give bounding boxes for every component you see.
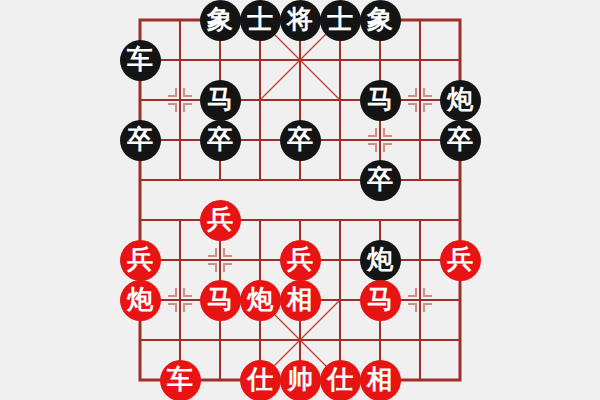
piece-red-elephant[interactable]: 相: [360, 360, 401, 400]
piece-label: 将: [287, 6, 313, 32]
piece-label: 相: [287, 286, 313, 312]
piece-label: 象: [207, 6, 233, 32]
piece-label: 兵: [127, 246, 153, 272]
piece-black-soldier[interactable]: 卒: [280, 120, 321, 161]
piece-label: 兵: [207, 206, 233, 232]
piece-black-advisor[interactable]: 士: [240, 0, 281, 41]
piece-black-advisor[interactable]: 士: [320, 0, 361, 41]
piece-label: 士: [247, 6, 273, 32]
piece-black-chariot[interactable]: 车: [120, 40, 161, 81]
piece-red-cannon[interactable]: 炮: [240, 280, 281, 321]
piece-red-soldier[interactable]: 兵: [120, 240, 161, 281]
piece-black-general[interactable]: 将: [280, 0, 321, 41]
piece-label: 炮: [367, 246, 393, 272]
piece-label: 车: [127, 46, 153, 72]
piece-label: 卒: [367, 166, 393, 192]
piece-red-elephant[interactable]: 相: [280, 280, 321, 321]
xiangqi-app: 象士将士象车马马炮卒卒卒卒卒炮兵兵兵兵炮马炮相马车仕帅仕相: [0, 0, 600, 400]
piece-label: 帅: [287, 366, 313, 392]
piece-black-elephant[interactable]: 象: [200, 0, 241, 41]
piece-black-soldier[interactable]: 卒: [120, 120, 161, 161]
piece-black-cannon[interactable]: 炮: [440, 80, 481, 121]
piece-red-soldier[interactable]: 兵: [280, 240, 321, 281]
piece-black-soldier[interactable]: 卒: [200, 120, 241, 161]
piece-red-soldier[interactable]: 兵: [200, 200, 241, 241]
piece-red-horse[interactable]: 马: [360, 280, 401, 321]
piece-red-chariot[interactable]: 车: [160, 360, 201, 400]
piece-label: 马: [207, 86, 233, 112]
piece-label: 马: [367, 86, 393, 112]
piece-black-horse[interactable]: 马: [360, 80, 401, 121]
piece-label: 马: [367, 286, 393, 312]
piece-label: 仕: [327, 366, 353, 392]
piece-label: 车: [167, 366, 193, 392]
piece-label: 士: [327, 6, 353, 32]
piece-red-horse[interactable]: 马: [200, 280, 241, 321]
piece-label: 象: [367, 6, 393, 32]
piece-label: 仕: [247, 366, 273, 392]
xiangqi-board: 象士将士象车马马炮卒卒卒卒卒炮兵兵兵兵炮马炮相马车仕帅仕相: [120, 0, 480, 400]
piece-red-soldier[interactable]: 兵: [440, 240, 481, 281]
piece-label: 兵: [447, 246, 473, 272]
piece-label: 卒: [127, 126, 153, 152]
piece-label: 相: [367, 366, 393, 392]
piece-label: 马: [207, 286, 233, 312]
piece-black-cannon[interactable]: 炮: [360, 240, 401, 281]
piece-label: 卒: [447, 126, 473, 152]
piece-label: 卒: [207, 126, 233, 152]
piece-label: 卒: [287, 126, 313, 152]
piece-label: 炮: [247, 286, 273, 312]
piece-label: 炮: [447, 86, 473, 112]
piece-black-soldier[interactable]: 卒: [360, 160, 401, 201]
piece-red-advisor[interactable]: 仕: [240, 360, 281, 400]
piece-label: 兵: [287, 246, 313, 272]
piece-red-general[interactable]: 帅: [280, 360, 321, 400]
piece-black-elephant[interactable]: 象: [360, 0, 401, 41]
piece-label: 炮: [127, 286, 153, 312]
piece-red-advisor[interactable]: 仕: [320, 360, 361, 400]
piece-black-soldier[interactable]: 卒: [440, 120, 481, 161]
piece-black-horse[interactable]: 马: [200, 80, 241, 121]
piece-red-cannon[interactable]: 炮: [120, 280, 161, 321]
